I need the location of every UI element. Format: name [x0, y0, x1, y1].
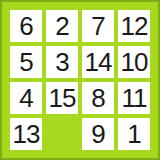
- tile-14[interactable]: 14: [82, 46, 114, 78]
- tile-5[interactable]: 5: [10, 46, 42, 78]
- tile-8[interactable]: 8: [82, 82, 114, 114]
- puzzle-board: 627125314104158111391: [0, 0, 160, 160]
- tile-15[interactable]: 15: [46, 82, 78, 114]
- tile-13[interactable]: 13: [10, 118, 42, 150]
- tile-9[interactable]: 9: [82, 118, 114, 150]
- tile-1[interactable]: 1: [118, 118, 150, 150]
- tile-6[interactable]: 6: [10, 10, 42, 42]
- empty-slot: [46, 118, 78, 150]
- tile-12[interactable]: 12: [118, 10, 150, 42]
- tile-3[interactable]: 3: [46, 46, 78, 78]
- tile-10[interactable]: 10: [118, 46, 150, 78]
- tile-4[interactable]: 4: [10, 82, 42, 114]
- tile-11[interactable]: 11: [118, 82, 150, 114]
- tile-2[interactable]: 2: [46, 10, 78, 42]
- tile-grid: 627125314104158111391: [10, 10, 150, 150]
- tile-7[interactable]: 7: [82, 10, 114, 42]
